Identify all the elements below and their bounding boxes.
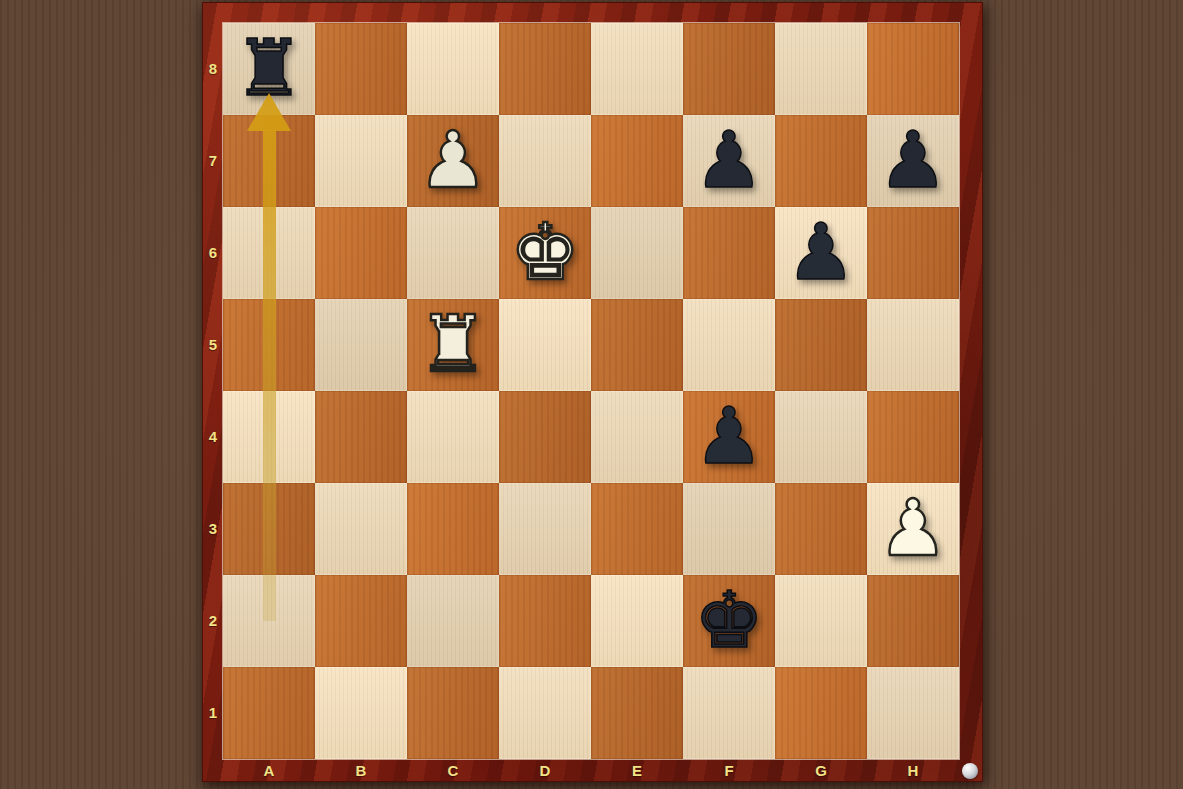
rank-label-7: 7 — [203, 115, 223, 207]
square-b1[interactable] — [315, 667, 407, 759]
square-g2[interactable] — [775, 575, 867, 667]
square-g6[interactable]: ♟ — [775, 207, 867, 299]
rank-label-8: 8 — [203, 23, 223, 115]
rank-label-4: 4 — [203, 391, 223, 483]
square-b6[interactable] — [315, 207, 407, 299]
board-resize-handle-icon[interactable] — [962, 763, 978, 779]
square-f5[interactable] — [683, 299, 775, 391]
rank-label-1: 1 — [203, 667, 223, 759]
square-g4[interactable] — [775, 391, 867, 483]
square-c5[interactable]: ♜ — [407, 299, 499, 391]
square-e1[interactable] — [591, 667, 683, 759]
square-g5[interactable] — [775, 299, 867, 391]
piece-black-pawn-g6[interactable]: ♟ — [775, 207, 867, 299]
file-label-E: E — [591, 759, 683, 783]
piece-black-pawn-f4[interactable]: ♟ — [683, 391, 775, 483]
square-c4[interactable] — [407, 391, 499, 483]
square-c3[interactable] — [407, 483, 499, 575]
square-d2[interactable] — [499, 575, 591, 667]
square-a7[interactable] — [223, 115, 315, 207]
square-h1[interactable] — [867, 667, 959, 759]
square-f8[interactable] — [683, 23, 775, 115]
square-h3[interactable]: ♟ — [867, 483, 959, 575]
rank-label-3: 3 — [203, 483, 223, 575]
piece-white-rook-c5[interactable]: ♜ — [407, 299, 499, 391]
square-d7[interactable] — [499, 115, 591, 207]
piece-white-pawn-h3[interactable]: ♟ — [867, 483, 959, 575]
square-d8[interactable] — [499, 23, 591, 115]
square-d3[interactable] — [499, 483, 591, 575]
square-b5[interactable] — [315, 299, 407, 391]
square-d4[interactable] — [499, 391, 591, 483]
square-c2[interactable] — [407, 575, 499, 667]
chess-board-frame: 87654321 ABCDEFGH ♜♟♟♟♚♟♜♟♟♚ — [202, 2, 983, 782]
square-g7[interactable] — [775, 115, 867, 207]
board-squares: ♜♟♟♟♚♟♜♟♟♚ — [223, 23, 959, 759]
square-d5[interactable] — [499, 299, 591, 391]
square-c8[interactable] — [407, 23, 499, 115]
file-label-G: G — [775, 759, 867, 783]
piece-white-pawn-c7[interactable]: ♟ — [407, 115, 499, 207]
piece-black-pawn-f7[interactable]: ♟ — [683, 115, 775, 207]
square-f7[interactable]: ♟ — [683, 115, 775, 207]
square-a2[interactable] — [223, 575, 315, 667]
square-e2[interactable] — [591, 575, 683, 667]
square-h7[interactable]: ♟ — [867, 115, 959, 207]
file-label-B: B — [315, 759, 407, 783]
square-a5[interactable] — [223, 299, 315, 391]
square-e4[interactable] — [591, 391, 683, 483]
piece-black-pawn-h7[interactable]: ♟ — [867, 115, 959, 207]
square-f2[interactable]: ♚ — [683, 575, 775, 667]
piece-black-rook-a8[interactable]: ♜ — [223, 23, 315, 115]
square-f1[interactable] — [683, 667, 775, 759]
piece-black-king-f2[interactable]: ♚ — [683, 575, 775, 667]
square-a1[interactable] — [223, 667, 315, 759]
square-g3[interactable] — [775, 483, 867, 575]
square-a3[interactable] — [223, 483, 315, 575]
square-a6[interactable] — [223, 207, 315, 299]
square-d1[interactable] — [499, 667, 591, 759]
rank-label-6: 6 — [203, 207, 223, 299]
square-f3[interactable] — [683, 483, 775, 575]
file-label-C: C — [407, 759, 499, 783]
square-g8[interactable] — [775, 23, 867, 115]
square-h4[interactable] — [867, 391, 959, 483]
square-h2[interactable] — [867, 575, 959, 667]
square-d6[interactable]: ♚ — [499, 207, 591, 299]
square-h6[interactable] — [867, 207, 959, 299]
square-a4[interactable] — [223, 391, 315, 483]
square-c6[interactable] — [407, 207, 499, 299]
square-e5[interactable] — [591, 299, 683, 391]
rank-label-5: 5 — [203, 299, 223, 391]
rank-label-2: 2 — [203, 575, 223, 667]
file-label-A: A — [223, 759, 315, 783]
square-e3[interactable] — [591, 483, 683, 575]
square-f6[interactable] — [683, 207, 775, 299]
square-g1[interactable] — [775, 667, 867, 759]
square-c7[interactable]: ♟ — [407, 115, 499, 207]
square-f4[interactable]: ♟ — [683, 391, 775, 483]
square-e7[interactable] — [591, 115, 683, 207]
file-label-H: H — [867, 759, 959, 783]
square-b3[interactable] — [315, 483, 407, 575]
file-label-D: D — [499, 759, 591, 783]
piece-white-king-d6[interactable]: ♚ — [499, 207, 591, 299]
square-e8[interactable] — [591, 23, 683, 115]
file-label-F: F — [683, 759, 775, 783]
square-b2[interactable] — [315, 575, 407, 667]
square-e6[interactable] — [591, 207, 683, 299]
square-h5[interactable] — [867, 299, 959, 391]
square-a8[interactable]: ♜ — [223, 23, 315, 115]
square-b4[interactable] — [315, 391, 407, 483]
square-b7[interactable] — [315, 115, 407, 207]
square-b8[interactable] — [315, 23, 407, 115]
square-h8[interactable] — [867, 23, 959, 115]
square-c1[interactable] — [407, 667, 499, 759]
